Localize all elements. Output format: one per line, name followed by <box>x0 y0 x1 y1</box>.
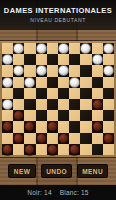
square-r3c6[interactable] <box>58 65 69 76</box>
white-piece[interactable] <box>13 65 24 76</box>
square-r3c4[interactable] <box>36 65 47 76</box>
square-r3c1[interactable] <box>2 65 13 76</box>
white-piece[interactable] <box>2 99 13 110</box>
square-r1c2[interactable] <box>13 43 24 54</box>
black-piece[interactable] <box>69 144 80 155</box>
board-frame <box>0 41 116 157</box>
white-piece[interactable] <box>13 43 24 54</box>
square-r10c8[interactable] <box>80 144 91 155</box>
square-r7c3[interactable] <box>24 110 35 121</box>
square-r7c4[interactable] <box>36 110 47 121</box>
square-r8c2[interactable] <box>13 121 24 132</box>
white-piece[interactable] <box>36 65 47 76</box>
square-r9c6[interactable] <box>58 133 69 144</box>
black-piece[interactable] <box>58 133 69 144</box>
square-r8c10[interactable] <box>103 121 114 132</box>
square-r10c7[interactable] <box>69 144 80 155</box>
white-piece[interactable] <box>80 43 91 54</box>
square-r10c3[interactable] <box>24 144 35 155</box>
square-r7c10[interactable] <box>103 110 114 121</box>
square-r4c7[interactable] <box>69 77 80 88</box>
black-piece[interactable] <box>13 133 24 144</box>
square-r3c10[interactable] <box>103 65 114 76</box>
square-r9c2[interactable] <box>13 133 24 144</box>
square-r1c5[interactable] <box>47 43 58 54</box>
square-r9c3[interactable] <box>24 133 35 144</box>
white-piece[interactable] <box>24 77 35 88</box>
difficulty-level-label: NIVEAU DEBUTANT <box>0 15 116 23</box>
square-r9c5[interactable] <box>47 133 58 144</box>
white-piece[interactable] <box>69 77 80 88</box>
square-r4c6[interactable] <box>58 77 69 88</box>
square-r9c10[interactable] <box>103 133 114 144</box>
square-r5c10[interactable] <box>103 88 114 99</box>
square-r7c1[interactable] <box>2 110 13 121</box>
square-r8c6[interactable] <box>58 121 69 132</box>
menu-button[interactable]: MENU <box>77 164 108 178</box>
new-game-button[interactable]: NEW <box>8 164 36 178</box>
black-piece[interactable] <box>92 99 103 110</box>
square-r7c7[interactable] <box>69 110 80 121</box>
square-r10c6[interactable] <box>58 144 69 155</box>
square-r10c9[interactable] <box>92 144 103 155</box>
black-piece[interactable] <box>92 121 103 132</box>
square-r6c9[interactable] <box>92 99 103 110</box>
square-r5c7[interactable] <box>69 88 80 99</box>
square-r2c5[interactable] <box>47 54 58 65</box>
square-r5c2[interactable] <box>13 88 24 99</box>
square-r6c3[interactable] <box>24 99 35 110</box>
square-r10c2[interactable] <box>13 144 24 155</box>
square-r1c7[interactable] <box>69 43 80 54</box>
square-r5c1[interactable] <box>2 88 13 99</box>
square-r6c7[interactable] <box>69 99 80 110</box>
black-piece[interactable] <box>36 133 47 144</box>
square-r2c6[interactable] <box>58 54 69 65</box>
square-r7c2[interactable] <box>13 110 24 121</box>
square-r1c3[interactable] <box>24 43 35 54</box>
undo-button[interactable]: UNDO <box>41 164 72 178</box>
white-piece[interactable] <box>2 77 13 88</box>
square-r3c9[interactable] <box>92 65 103 76</box>
square-r4c5[interactable] <box>47 77 58 88</box>
square-r5c4[interactable] <box>36 88 47 99</box>
square-r8c9[interactable] <box>92 121 103 132</box>
app-title: DAMES INTERNATIONALES <box>0 0 116 15</box>
square-r5c9[interactable] <box>92 88 103 99</box>
square-r6c8[interactable] <box>80 99 91 110</box>
square-r2c4[interactable] <box>36 54 47 65</box>
square-r9c4[interactable] <box>36 133 47 144</box>
square-r6c5[interactable] <box>47 99 58 110</box>
square-r9c7[interactable] <box>69 133 80 144</box>
square-r3c8[interactable] <box>80 65 91 76</box>
app-window: DAMES INTERNATIONALES NIVEAU DEBUTANT NE… <box>0 0 116 200</box>
white-piece[interactable] <box>2 54 13 65</box>
white-piece[interactable] <box>103 43 114 54</box>
square-r2c1[interactable] <box>2 54 13 65</box>
square-r7c5[interactable] <box>47 110 58 121</box>
white-piece[interactable] <box>58 65 69 76</box>
square-r5c8[interactable] <box>80 88 91 99</box>
header: DAMES INTERNATIONALES NIVEAU DEBUTANT <box>0 0 116 30</box>
square-r2c8[interactable] <box>80 54 91 65</box>
square-r9c8[interactable] <box>80 133 91 144</box>
black-piece[interactable] <box>24 121 35 132</box>
square-r8c3[interactable] <box>24 121 35 132</box>
square-r6c2[interactable] <box>13 99 24 110</box>
square-r1c10[interactable] <box>103 43 114 54</box>
black-piece[interactable] <box>13 110 24 121</box>
square-r8c1[interactable] <box>2 121 13 132</box>
status-bar: Noir: 14 Blanc: 15 <box>0 185 116 200</box>
black-piece[interactable] <box>2 144 13 155</box>
square-r4c4[interactable] <box>36 77 47 88</box>
square-r8c4[interactable] <box>36 121 47 132</box>
square-r10c5[interactable] <box>47 144 58 155</box>
black-piece[interactable] <box>2 121 13 132</box>
square-r7c6[interactable] <box>58 110 69 121</box>
square-r3c3[interactable] <box>24 65 35 76</box>
square-r1c9[interactable] <box>92 43 103 54</box>
square-r10c10[interactable] <box>103 144 114 155</box>
black-piece[interactable] <box>47 144 58 155</box>
black-piece[interactable] <box>47 121 58 132</box>
square-r2c9[interactable] <box>92 54 103 65</box>
square-r10c1[interactable] <box>2 144 13 155</box>
square-r3c7[interactable] <box>69 65 80 76</box>
square-r8c8[interactable] <box>80 121 91 132</box>
white-piece[interactable] <box>92 54 103 65</box>
square-r6c10[interactable] <box>103 99 114 110</box>
square-r1c4[interactable] <box>36 43 47 54</box>
square-r5c5[interactable] <box>47 88 58 99</box>
square-r5c6[interactable] <box>58 88 69 99</box>
black-count-label: Noir: 14 <box>27 189 51 196</box>
white-piece[interactable] <box>36 43 47 54</box>
white-piece[interactable] <box>103 65 114 76</box>
square-r7c8[interactable] <box>80 110 91 121</box>
square-r6c1[interactable] <box>2 99 13 110</box>
square-r4c9[interactable] <box>92 77 103 88</box>
square-r1c6[interactable] <box>58 43 69 54</box>
square-r5c3[interactable] <box>24 88 35 99</box>
square-r4c1[interactable] <box>2 77 13 88</box>
square-r6c6[interactable] <box>58 99 69 110</box>
square-r6c4[interactable] <box>36 99 47 110</box>
square-r8c7[interactable] <box>69 121 80 132</box>
square-r8c5[interactable] <box>47 121 58 132</box>
square-r4c10[interactable] <box>103 77 114 88</box>
square-r2c3[interactable] <box>24 54 35 65</box>
square-r3c5[interactable] <box>47 65 58 76</box>
square-r2c7[interactable] <box>69 54 80 65</box>
square-r9c1[interactable] <box>2 133 13 144</box>
square-r4c2[interactable] <box>13 77 24 88</box>
black-piece[interactable] <box>24 144 35 155</box>
square-r7c9[interactable] <box>92 110 103 121</box>
white-piece[interactable] <box>58 43 69 54</box>
square-r4c8[interactable] <box>80 77 91 88</box>
button-bar: NEW UNDO MENU <box>0 164 116 178</box>
board <box>2 43 114 155</box>
square-r4c3[interactable] <box>24 77 35 88</box>
square-r1c8[interactable] <box>80 43 91 54</box>
square-r1c1[interactable] <box>2 43 13 54</box>
black-piece[interactable] <box>103 133 114 144</box>
square-r2c10[interactable] <box>103 54 114 65</box>
square-r10c4[interactable] <box>36 144 47 155</box>
square-r9c9[interactable] <box>92 133 103 144</box>
square-r2c2[interactable] <box>13 54 24 65</box>
square-r3c2[interactable] <box>13 65 24 76</box>
white-count-label: Blanc: 15 <box>60 189 89 196</box>
